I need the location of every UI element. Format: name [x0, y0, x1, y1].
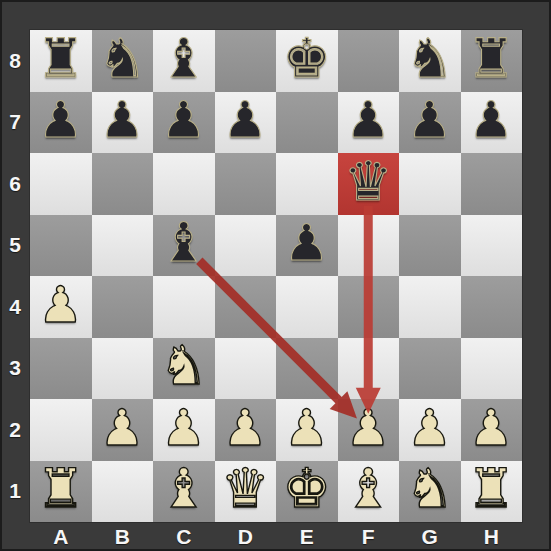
square-d2[interactable]: ♟ [215, 399, 277, 461]
square-f8[interactable] [338, 30, 400, 92]
square-c8[interactable]: ♝ [153, 30, 215, 92]
square-d6[interactable] [215, 153, 277, 215]
square-d5[interactable] [215, 215, 277, 277]
square-a1[interactable]: ♜ [30, 461, 92, 523]
square-c7[interactable]: ♟ [153, 92, 215, 154]
black-pawn-piece: ♟ [223, 95, 268, 145]
white-pawn-piece: ♟ [284, 403, 329, 453]
square-a4[interactable]: ♟ [30, 276, 92, 338]
square-h8[interactable]: ♜ [461, 30, 523, 92]
square-e1[interactable]: ♚ [276, 461, 338, 523]
white-pawn-piece: ♟ [407, 403, 452, 453]
square-f7[interactable]: ♟ [338, 92, 400, 154]
white-king-piece: ♚ [283, 462, 331, 516]
white-knight-piece: ♞ [406, 462, 454, 516]
white-pawn-piece: ♟ [100, 403, 145, 453]
black-pawn-piece: ♟ [346, 95, 391, 145]
chess-board[interactable]: ♜♞♝♚♞♜♟♟♟♟♟♟♟♛♝♟♟♞♟♟♟♟♟♟♟♜♝♛♚♝♞♜ [30, 30, 522, 522]
file-label-e: E [276, 522, 338, 551]
square-c6[interactable] [153, 153, 215, 215]
black-knight-piece: ♞ [406, 32, 454, 86]
white-rook-piece: ♜ [467, 462, 515, 516]
square-g1[interactable]: ♞ [399, 461, 461, 523]
square-a5[interactable] [30, 215, 92, 277]
rank-label-8: 8 [0, 30, 30, 92]
black-pawn-piece: ♟ [284, 218, 329, 268]
black-queen-piece: ♛ [344, 155, 392, 209]
square-b4[interactable] [92, 276, 154, 338]
square-a2[interactable] [30, 399, 92, 461]
square-b3[interactable] [92, 338, 154, 400]
square-b7[interactable]: ♟ [92, 92, 154, 154]
square-e3[interactable] [276, 338, 338, 400]
square-f5[interactable] [338, 215, 400, 277]
file-label-a: A [30, 522, 92, 551]
square-c3[interactable]: ♞ [153, 338, 215, 400]
file-labels: ABCDEFGH [30, 522, 522, 551]
square-f3[interactable] [338, 338, 400, 400]
black-bishop-piece: ♝ [160, 32, 208, 86]
square-h7[interactable]: ♟ [461, 92, 523, 154]
square-g6[interactable] [399, 153, 461, 215]
square-c5[interactable]: ♝ [153, 215, 215, 277]
square-a3[interactable] [30, 338, 92, 400]
square-h3[interactable] [461, 338, 523, 400]
square-b6[interactable] [92, 153, 154, 215]
square-g8[interactable]: ♞ [399, 30, 461, 92]
black-pawn-piece: ♟ [38, 95, 83, 145]
chess-app-window: 87654321 ♜♞♝♚♞♜♟♟♟♟♟♟♟♛♝♟♟♞♟♟♟♟♟♟♟♜♝♛♚♝♞… [0, 0, 551, 551]
square-h6[interactable] [461, 153, 523, 215]
white-pawn-piece: ♟ [38, 280, 83, 330]
square-g2[interactable]: ♟ [399, 399, 461, 461]
file-label-c: C [153, 522, 215, 551]
square-h1[interactable]: ♜ [461, 461, 523, 523]
rank-label-7: 7 [0, 92, 30, 154]
rank-label-5: 5 [0, 215, 30, 277]
square-d7[interactable]: ♟ [215, 92, 277, 154]
square-d1[interactable]: ♛ [215, 461, 277, 523]
black-bishop-piece: ♝ [160, 216, 208, 270]
black-king-piece: ♚ [283, 32, 331, 86]
black-pawn-piece: ♟ [469, 95, 514, 145]
file-label-b: B [92, 522, 154, 551]
square-e7[interactable] [276, 92, 338, 154]
square-c4[interactable] [153, 276, 215, 338]
square-g4[interactable] [399, 276, 461, 338]
black-pawn-piece: ♟ [161, 95, 206, 145]
square-f6[interactable]: ♛ [338, 153, 400, 215]
square-a8[interactable]: ♜ [30, 30, 92, 92]
rank-labels: 87654321 [0, 30, 30, 522]
square-d3[interactable] [215, 338, 277, 400]
square-f4[interactable] [338, 276, 400, 338]
square-a6[interactable] [30, 153, 92, 215]
square-h5[interactable] [461, 215, 523, 277]
square-a7[interactable]: ♟ [30, 92, 92, 154]
white-bishop-piece: ♝ [344, 462, 392, 516]
white-pawn-piece: ♟ [346, 403, 391, 453]
white-pawn-piece: ♟ [223, 403, 268, 453]
square-b1[interactable] [92, 461, 154, 523]
square-h2[interactable]: ♟ [461, 399, 523, 461]
white-bishop-piece: ♝ [160, 462, 208, 516]
square-b5[interactable] [92, 215, 154, 277]
black-rook-piece: ♜ [467, 32, 515, 86]
square-e5[interactable]: ♟ [276, 215, 338, 277]
square-e4[interactable] [276, 276, 338, 338]
rank-label-3: 3 [0, 338, 30, 400]
square-d4[interactable] [215, 276, 277, 338]
square-g7[interactable]: ♟ [399, 92, 461, 154]
square-f2[interactable]: ♟ [338, 399, 400, 461]
square-b2[interactable]: ♟ [92, 399, 154, 461]
rank-label-2: 2 [0, 399, 30, 461]
square-c2[interactable]: ♟ [153, 399, 215, 461]
square-f1[interactable]: ♝ [338, 461, 400, 523]
black-pawn-piece: ♟ [407, 95, 452, 145]
file-label-h: H [461, 522, 523, 551]
white-knight-piece: ♞ [160, 339, 208, 393]
black-pawn-piece: ♟ [100, 95, 145, 145]
square-g5[interactable] [399, 215, 461, 277]
square-h4[interactable] [461, 276, 523, 338]
white-rook-piece: ♜ [37, 462, 85, 516]
rank-label-1: 1 [0, 461, 30, 523]
file-label-d: D [215, 522, 277, 551]
white-queen-piece: ♛ [221, 462, 269, 516]
black-rook-piece: ♜ [37, 32, 85, 86]
square-d8[interactable] [215, 30, 277, 92]
rank-label-6: 6 [0, 153, 30, 215]
rank-label-4: 4 [0, 276, 30, 338]
square-e8[interactable]: ♚ [276, 30, 338, 92]
black-knight-piece: ♞ [98, 32, 146, 86]
square-c1[interactable]: ♝ [153, 461, 215, 523]
white-pawn-piece: ♟ [469, 403, 514, 453]
file-label-g: G [399, 522, 461, 551]
square-b8[interactable]: ♞ [92, 30, 154, 92]
square-e6[interactable] [276, 153, 338, 215]
square-e2[interactable]: ♟ [276, 399, 338, 461]
white-pawn-piece: ♟ [161, 403, 206, 453]
file-label-f: F [338, 522, 400, 551]
square-g3[interactable] [399, 338, 461, 400]
